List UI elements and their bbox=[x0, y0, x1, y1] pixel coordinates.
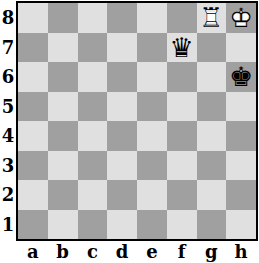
square-d3[interactable] bbox=[107, 151, 137, 181]
piece-white-king-h8: ♚♔ bbox=[229, 4, 253, 31]
square-g8[interactable]: ♜♖ bbox=[197, 3, 227, 33]
square-c8[interactable] bbox=[78, 3, 108, 33]
piece-outline-glyph: ♔ bbox=[229, 4, 253, 31]
square-f3[interactable] bbox=[167, 151, 197, 181]
square-d7[interactable] bbox=[107, 33, 137, 63]
square-c2[interactable] bbox=[78, 180, 108, 210]
square-h4[interactable] bbox=[226, 121, 256, 151]
file-label-d: d bbox=[107, 241, 137, 262]
rank-label-6: 6 bbox=[0, 62, 16, 92]
square-c7[interactable] bbox=[78, 33, 108, 63]
piece-outline-glyph: ♖ bbox=[199, 4, 223, 31]
square-a7[interactable] bbox=[18, 33, 48, 63]
file-label-g: g bbox=[197, 241, 227, 262]
square-b8[interactable] bbox=[48, 3, 78, 33]
piece-black-queen-f7: ♛ bbox=[170, 34, 194, 61]
square-e7[interactable] bbox=[137, 33, 167, 63]
square-f1[interactable] bbox=[167, 210, 197, 240]
square-g1[interactable] bbox=[197, 210, 227, 240]
square-a1[interactable] bbox=[18, 210, 48, 240]
square-b1[interactable] bbox=[48, 210, 78, 240]
rank-label-8: 8 bbox=[0, 3, 16, 33]
square-e8[interactable] bbox=[137, 3, 167, 33]
square-g2[interactable] bbox=[197, 180, 227, 210]
file-label-e: e bbox=[137, 241, 167, 262]
file-label-f: f bbox=[167, 241, 197, 262]
square-a5[interactable] bbox=[18, 92, 48, 122]
rank-label-5: 5 bbox=[0, 92, 16, 122]
rank-label-3: 3 bbox=[0, 151, 16, 181]
square-f2[interactable] bbox=[167, 180, 197, 210]
rank-label-2: 2 bbox=[0, 180, 16, 210]
square-g7[interactable] bbox=[197, 33, 227, 63]
square-h7[interactable] bbox=[226, 33, 256, 63]
square-f7[interactable]: ♛ bbox=[167, 33, 197, 63]
square-e4[interactable] bbox=[137, 121, 167, 151]
square-a6[interactable] bbox=[18, 62, 48, 92]
rank-label-1: 1 bbox=[0, 210, 16, 240]
square-c1[interactable] bbox=[78, 210, 108, 240]
square-a4[interactable] bbox=[18, 121, 48, 151]
piece-glyph: ♛ bbox=[170, 34, 194, 61]
rank-labels: 87654321 bbox=[0, 3, 16, 239]
square-e2[interactable] bbox=[137, 180, 167, 210]
square-c6[interactable] bbox=[78, 62, 108, 92]
square-d4[interactable] bbox=[107, 121, 137, 151]
piece-black-king-h6: ♚ bbox=[229, 63, 253, 90]
square-h1[interactable] bbox=[226, 210, 256, 240]
square-g4[interactable] bbox=[197, 121, 227, 151]
square-h2[interactable] bbox=[226, 180, 256, 210]
file-label-c: c bbox=[78, 241, 108, 262]
square-h5[interactable] bbox=[226, 92, 256, 122]
square-g3[interactable] bbox=[197, 151, 227, 181]
square-g6[interactable] bbox=[197, 62, 227, 92]
square-d6[interactable] bbox=[107, 62, 137, 92]
square-g5[interactable] bbox=[197, 92, 227, 122]
square-d8[interactable] bbox=[107, 3, 137, 33]
square-h8[interactable]: ♚♔ bbox=[226, 3, 256, 33]
piece-white-rook-g8: ♜♖ bbox=[199, 4, 223, 31]
rank-label-4: 4 bbox=[0, 121, 16, 151]
square-f6[interactable] bbox=[167, 62, 197, 92]
square-a3[interactable] bbox=[18, 151, 48, 181]
square-b5[interactable] bbox=[48, 92, 78, 122]
square-d1[interactable] bbox=[107, 210, 137, 240]
square-f8[interactable] bbox=[167, 3, 197, 33]
file-label-a: a bbox=[18, 241, 48, 262]
square-c4[interactable] bbox=[78, 121, 108, 151]
square-b7[interactable] bbox=[48, 33, 78, 63]
square-f5[interactable] bbox=[167, 92, 197, 122]
chess-diagram: 87654321 ♜♖♚♔♛♚ abcdefgh bbox=[0, 0, 259, 263]
square-f4[interactable] bbox=[167, 121, 197, 151]
square-b2[interactable] bbox=[48, 180, 78, 210]
square-a8[interactable] bbox=[18, 3, 48, 33]
board: ♜♖♚♔♛♚ bbox=[16, 1, 258, 241]
square-e1[interactable] bbox=[137, 210, 167, 240]
square-b3[interactable] bbox=[48, 151, 78, 181]
file-label-h: h bbox=[226, 241, 256, 262]
square-h6[interactable]: ♚ bbox=[226, 62, 256, 92]
square-e3[interactable] bbox=[137, 151, 167, 181]
square-c5[interactable] bbox=[78, 92, 108, 122]
square-e6[interactable] bbox=[137, 62, 167, 92]
square-b4[interactable] bbox=[48, 121, 78, 151]
square-h3[interactable] bbox=[226, 151, 256, 181]
square-d5[interactable] bbox=[107, 92, 137, 122]
square-c3[interactable] bbox=[78, 151, 108, 181]
square-e5[interactable] bbox=[137, 92, 167, 122]
square-b6[interactable] bbox=[48, 62, 78, 92]
file-label-b: b bbox=[48, 241, 78, 262]
square-d2[interactable] bbox=[107, 180, 137, 210]
square-a2[interactable] bbox=[18, 180, 48, 210]
rank-label-7: 7 bbox=[0, 33, 16, 63]
piece-glyph: ♚ bbox=[229, 63, 253, 90]
file-labels: abcdefgh bbox=[18, 241, 256, 262]
